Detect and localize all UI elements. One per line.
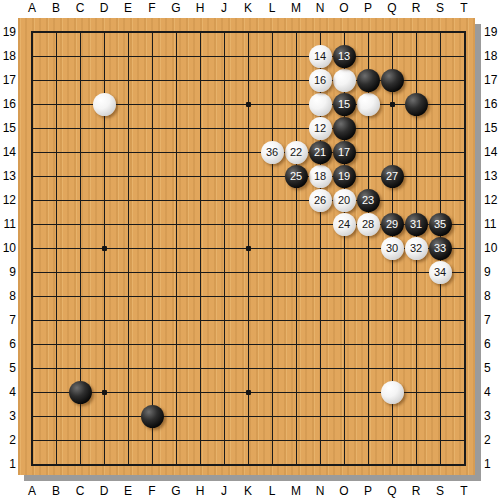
move-number: 17	[338, 147, 350, 158]
move-number: 23	[362, 195, 374, 206]
coord-label: 15	[0, 116, 16, 140]
coord-label: C	[68, 0, 92, 16]
move-number: 30	[386, 243, 398, 254]
move-number: 35	[434, 219, 446, 230]
coord-label: 3	[0, 404, 16, 428]
coord-label: 19	[0, 20, 16, 44]
move-number: 28	[362, 219, 374, 230]
move-number: 19	[338, 171, 350, 182]
stone-white	[381, 381, 404, 404]
stone-black-17: 17	[333, 141, 356, 164]
coord-label: 13	[484, 164, 500, 188]
coord-label: 7	[484, 308, 500, 332]
move-number: 25	[290, 171, 302, 182]
coord-label: 3	[484, 404, 500, 428]
coord-label: R	[404, 483, 428, 499]
column-labels-bottom: ABCDEFGHJKLMNOPQRST	[20, 483, 476, 499]
coord-label: 11	[484, 212, 500, 236]
coord-label: 7	[0, 308, 16, 332]
coord-label: N	[308, 0, 332, 16]
coord-label: 1	[484, 452, 500, 476]
stone-white-36: 36	[261, 141, 284, 164]
coord-label: D	[92, 0, 116, 16]
stone-black-29: 29	[381, 213, 404, 236]
coord-label: M	[284, 483, 308, 499]
move-number: 24	[338, 219, 350, 230]
coord-label: O	[332, 0, 356, 16]
coord-label: P	[356, 483, 380, 499]
coord-label: 4	[0, 380, 16, 404]
coord-label: 4	[484, 380, 500, 404]
coord-label: 5	[0, 356, 16, 380]
coord-label: S	[428, 483, 452, 499]
coord-label: 17	[0, 68, 16, 92]
move-number: 26	[314, 195, 326, 206]
coord-label: 16	[484, 92, 500, 116]
star-point	[102, 246, 107, 251]
coord-label: J	[212, 0, 236, 16]
coord-label: M	[284, 0, 308, 16]
stone-black	[69, 381, 92, 404]
coord-label: 6	[484, 332, 500, 356]
stone-black	[333, 117, 356, 140]
stone-white-34: 34	[429, 261, 452, 284]
stone-black-25: 25	[285, 165, 308, 188]
coord-label: 14	[484, 140, 500, 164]
coord-label: R	[404, 0, 428, 16]
star-point	[390, 102, 395, 107]
coord-label: Q	[380, 0, 404, 16]
coord-label: A	[20, 483, 44, 499]
coord-label: K	[236, 483, 260, 499]
stone-black-23: 23	[357, 189, 380, 212]
stone-white-24: 24	[333, 213, 356, 236]
stone-white-22: 22	[285, 141, 308, 164]
coord-label: 13	[0, 164, 16, 188]
stone-white	[309, 93, 332, 116]
star-point	[246, 390, 251, 395]
move-number: 18	[314, 171, 326, 182]
stone-white-16: 16	[309, 69, 332, 92]
coord-label: 8	[484, 284, 500, 308]
coord-label: 10	[0, 236, 16, 260]
coord-label: T	[452, 0, 476, 16]
stone-white-32: 32	[405, 237, 428, 260]
coord-label: P	[356, 0, 380, 16]
stone-white	[333, 69, 356, 92]
move-number: 27	[386, 171, 398, 182]
stone-white	[357, 93, 380, 116]
star-point	[102, 390, 107, 395]
stone-white-14: 14	[309, 45, 332, 68]
coord-label: 6	[0, 332, 16, 356]
kifu-diagram: ABCDEFGHJKLMNOPQRST ABCDEFGHJKLMNOPQRST …	[0, 0, 500, 500]
coord-label: 18	[484, 44, 500, 68]
coord-label: O	[332, 483, 356, 499]
stone-black	[381, 69, 404, 92]
coord-label: F	[140, 483, 164, 499]
coord-label: 15	[484, 116, 500, 140]
stone-white-18: 18	[309, 165, 332, 188]
coord-label: 9	[0, 260, 16, 284]
coord-label: 2	[484, 428, 500, 452]
row-labels-left: 19181716151413121110987654321	[0, 20, 16, 476]
stone-black-13: 13	[333, 45, 356, 68]
coord-label: 16	[0, 92, 16, 116]
move-number: 31	[410, 219, 422, 230]
coord-label: 18	[0, 44, 16, 68]
coord-label: L	[260, 0, 284, 16]
coord-label: 8	[0, 284, 16, 308]
coord-label: K	[236, 0, 260, 16]
coord-label: C	[68, 483, 92, 499]
coord-label: 11	[0, 212, 16, 236]
coord-label: N	[308, 483, 332, 499]
coord-label: D	[92, 483, 116, 499]
move-number: 29	[386, 219, 398, 230]
coord-label: F	[140, 0, 164, 16]
coord-label: 10	[484, 236, 500, 260]
coord-label: S	[428, 0, 452, 16]
move-number: 21	[314, 147, 326, 158]
move-number: 32	[410, 243, 422, 254]
move-number: 33	[434, 243, 446, 254]
coord-label: 5	[484, 356, 500, 380]
coord-label: 12	[0, 188, 16, 212]
star-point	[246, 246, 251, 251]
stone-black	[357, 69, 380, 92]
coord-label: E	[116, 0, 140, 16]
move-number: 34	[434, 267, 446, 278]
stone-white-28: 28	[357, 213, 380, 236]
row-labels-right: 19181716151413121110987654321	[484, 20, 500, 476]
stone-black-31: 31	[405, 213, 428, 236]
stone-white	[93, 93, 116, 116]
coord-label: H	[188, 0, 212, 16]
coord-label: J	[212, 483, 236, 499]
stone-black	[141, 405, 164, 428]
coord-label: T	[452, 483, 476, 499]
stone-black	[405, 93, 428, 116]
stone-black-19: 19	[333, 165, 356, 188]
coord-label: A	[20, 0, 44, 16]
star-point	[246, 102, 251, 107]
stone-white-20: 20	[333, 189, 356, 212]
stone-black-35: 35	[429, 213, 452, 236]
move-number: 16	[314, 75, 326, 86]
stone-white-30: 30	[381, 237, 404, 260]
stone-black-21: 21	[309, 141, 332, 164]
coord-label: H	[188, 483, 212, 499]
column-labels-top: ABCDEFGHJKLMNOPQRST	[20, 0, 476, 16]
coord-label: 1	[0, 452, 16, 476]
coord-label: 19	[484, 20, 500, 44]
stone-black-27: 27	[381, 165, 404, 188]
coord-label: 9	[484, 260, 500, 284]
move-number: 15	[338, 99, 350, 110]
move-number: 22	[290, 147, 302, 158]
coord-label: B	[44, 483, 68, 499]
stones-grid[interactable]: 1213141516171819202122232425262728293031…	[20, 20, 476, 476]
stone-black-33: 33	[429, 237, 452, 260]
go-board[interactable]: 1213141516171819202122232425262728293031…	[18, 18, 475, 475]
move-number: 13	[338, 51, 350, 62]
coord-label: 2	[0, 428, 16, 452]
move-number: 12	[314, 123, 326, 134]
coord-label: Q	[380, 483, 404, 499]
move-number: 14	[314, 51, 326, 62]
coord-label: G	[164, 483, 188, 499]
coord-label: E	[116, 483, 140, 499]
coord-label: 14	[0, 140, 16, 164]
coord-label: B	[44, 0, 68, 16]
stone-white-12: 12	[309, 117, 332, 140]
coord-label: L	[260, 483, 284, 499]
move-number: 36	[266, 147, 278, 158]
coord-label: 17	[484, 68, 500, 92]
coord-label: G	[164, 0, 188, 16]
coord-label: 12	[484, 188, 500, 212]
stone-black-15: 15	[333, 93, 356, 116]
stone-white-26: 26	[309, 189, 332, 212]
move-number: 20	[338, 195, 350, 206]
